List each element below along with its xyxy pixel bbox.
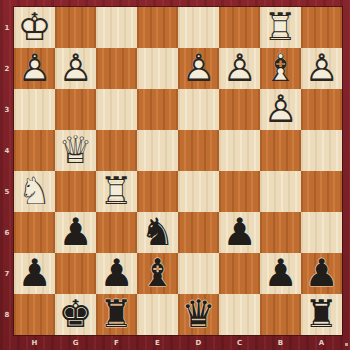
square-e1[interactable] (137, 7, 178, 48)
square-e2[interactable] (137, 48, 178, 89)
black-pawn[interactable]: ♟ (219, 212, 260, 253)
rank-labels: 12345678 (0, 7, 14, 335)
white-rook-glyph: ♖ (96, 171, 137, 212)
black-pawn[interactable]: ♟ (301, 253, 342, 294)
square-d3[interactable] (178, 89, 219, 130)
square-g6[interactable]: ♟ (55, 212, 96, 253)
square-a6[interactable] (301, 212, 342, 253)
rank-label-3: 3 (0, 89, 14, 130)
file-label-d: D (178, 335, 219, 350)
file-label-b: B (260, 335, 301, 350)
white-bishop[interactable]: ♝♗ (260, 48, 301, 89)
square-a1[interactable] (301, 7, 342, 48)
white-pawn[interactable]: ♟♙ (301, 48, 342, 89)
square-c3[interactable] (219, 89, 260, 130)
chess-board: ♚♔♜♖♟♙♟♙♟♙♟♙♝♗♟♙♟♙♛♕♞♘♜♖♟♞♟♟♟♝♟♟♚♜♛♜ (14, 7, 342, 335)
square-g5[interactable] (55, 171, 96, 212)
square-d2[interactable]: ♟♙ (178, 48, 219, 89)
file-label-g: G (55, 335, 96, 350)
square-c5[interactable] (219, 171, 260, 212)
square-c6[interactable]: ♟ (219, 212, 260, 253)
white-king[interactable]: ♚♔ (14, 7, 55, 48)
square-g8[interactable]: ♚ (55, 294, 96, 335)
square-g7[interactable] (55, 253, 96, 294)
white-pawn[interactable]: ♟♙ (55, 48, 96, 89)
square-a2[interactable]: ♟♙ (301, 48, 342, 89)
white-rook[interactable]: ♜♖ (260, 7, 301, 48)
square-d1[interactable] (178, 7, 219, 48)
square-b5[interactable] (260, 171, 301, 212)
black-pawn[interactable]: ♟ (96, 253, 137, 294)
file-label-c: C (219, 335, 260, 350)
square-g4[interactable]: ♛♕ (55, 130, 96, 171)
rank-label-1: 1 (0, 7, 14, 48)
square-c2[interactable]: ♟♙ (219, 48, 260, 89)
square-e8[interactable] (137, 294, 178, 335)
square-d5[interactable] (178, 171, 219, 212)
square-c1[interactable] (219, 7, 260, 48)
square-b7[interactable]: ♟ (260, 253, 301, 294)
file-label-f: F (96, 335, 137, 350)
square-g2[interactable]: ♟♙ (55, 48, 96, 89)
rank-label-2: 2 (0, 48, 14, 89)
square-d7[interactable] (178, 253, 219, 294)
white-rook-glyph: ♖ (260, 7, 301, 48)
black-pawn[interactable]: ♟ (14, 253, 55, 294)
square-h6[interactable] (14, 212, 55, 253)
square-c8[interactable] (219, 294, 260, 335)
square-e3[interactable] (137, 89, 178, 130)
white-queen-glyph: ♕ (55, 130, 96, 171)
white-queen[interactable]: ♛♕ (55, 130, 96, 171)
rank-label-5: 5 (0, 171, 14, 212)
white-pawn-glyph: ♙ (260, 89, 301, 130)
square-h8[interactable] (14, 294, 55, 335)
rank-label-6: 6 (0, 212, 14, 253)
watermark-dot (345, 343, 348, 346)
square-a8[interactable]: ♜ (301, 294, 342, 335)
square-h4[interactable] (14, 130, 55, 171)
black-knight[interactable]: ♞ (137, 212, 178, 253)
square-f1[interactable] (96, 7, 137, 48)
white-knight-glyph: ♘ (14, 171, 55, 212)
black-pawn[interactable]: ♟ (260, 253, 301, 294)
square-a7[interactable]: ♟ (301, 253, 342, 294)
white-pawn-glyph: ♙ (55, 48, 96, 89)
white-king-glyph: ♔ (14, 7, 55, 48)
square-b8[interactable] (260, 294, 301, 335)
square-h5[interactable]: ♞♘ (14, 171, 55, 212)
square-h3[interactable] (14, 89, 55, 130)
white-pawn-glyph: ♙ (219, 48, 260, 89)
square-a4[interactable] (301, 130, 342, 171)
square-f4[interactable] (96, 130, 137, 171)
square-f7[interactable]: ♟ (96, 253, 137, 294)
white-pawn-glyph: ♙ (178, 48, 219, 89)
square-h2[interactable]: ♟♙ (14, 48, 55, 89)
square-b1[interactable]: ♜♖ (260, 7, 301, 48)
square-c7[interactable] (219, 253, 260, 294)
square-f6[interactable] (96, 212, 137, 253)
square-b2[interactable]: ♝♗ (260, 48, 301, 89)
white-pawn[interactable]: ♟♙ (260, 89, 301, 130)
file-label-e: E (137, 335, 178, 350)
rank-label-4: 4 (0, 130, 14, 171)
black-queen[interactable]: ♛ (178, 294, 219, 335)
white-rook[interactable]: ♜♖ (96, 171, 137, 212)
square-b4[interactable] (260, 130, 301, 171)
rank-label-8: 8 (0, 294, 14, 335)
square-f8[interactable]: ♜ (96, 294, 137, 335)
square-h1[interactable]: ♚♔ (14, 7, 55, 48)
white-pawn-glyph: ♙ (14, 48, 55, 89)
square-a5[interactable] (301, 171, 342, 212)
white-knight[interactable]: ♞♘ (14, 171, 55, 212)
square-g1[interactable] (55, 7, 96, 48)
black-rook[interactable]: ♜ (301, 294, 342, 335)
file-label-a: A (301, 335, 342, 350)
square-b3[interactable]: ♟♙ (260, 89, 301, 130)
square-a3[interactable] (301, 89, 342, 130)
square-h7[interactable]: ♟ (14, 253, 55, 294)
square-e4[interactable] (137, 130, 178, 171)
file-labels: HGFEDCBA (14, 335, 342, 350)
white-pawn[interactable]: ♟♙ (14, 48, 55, 89)
rank-label-7: 7 (0, 253, 14, 294)
square-d4[interactable] (178, 130, 219, 171)
square-b6[interactable] (260, 212, 301, 253)
square-f3[interactable] (96, 89, 137, 130)
square-g3[interactable] (55, 89, 96, 130)
square-e5[interactable] (137, 171, 178, 212)
square-f2[interactable] (96, 48, 137, 89)
black-pawn[interactable]: ♟ (55, 212, 96, 253)
file-label-h: H (14, 335, 55, 350)
black-bishop[interactable]: ♝ (137, 253, 178, 294)
square-e6[interactable]: ♞ (137, 212, 178, 253)
square-d8[interactable]: ♛ (178, 294, 219, 335)
white-pawn-glyph: ♙ (301, 48, 342, 89)
black-rook[interactable]: ♜ (96, 294, 137, 335)
black-king[interactable]: ♚ (55, 294, 96, 335)
square-c4[interactable] (219, 130, 260, 171)
square-e7[interactable]: ♝ (137, 253, 178, 294)
square-f5[interactable]: ♜♖ (96, 171, 137, 212)
white-pawn[interactable]: ♟♙ (178, 48, 219, 89)
white-bishop-glyph: ♗ (260, 48, 301, 89)
square-d6[interactable] (178, 212, 219, 253)
white-pawn[interactable]: ♟♙ (219, 48, 260, 89)
